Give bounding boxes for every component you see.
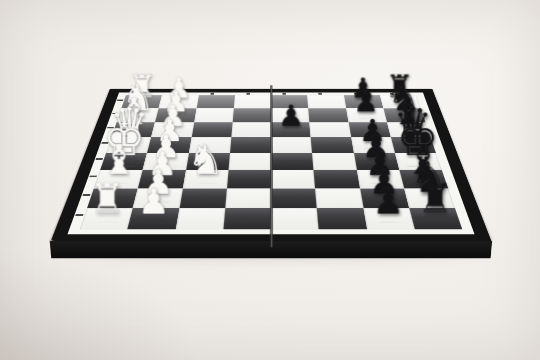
square-g3 — [179, 188, 227, 208]
black-pawn: ♟ — [362, 130, 390, 162]
square-h8: ♜ — [409, 208, 462, 229]
square-f1: ♝ — [94, 170, 143, 188]
square-b8: ♞ — [383, 108, 425, 122]
square-f6 — [314, 170, 360, 188]
square-b2: ♟ — [155, 108, 196, 122]
square-a7: ♟ — [344, 95, 384, 108]
black-knight: ♞ — [410, 156, 448, 199]
square-d1: ♛ — [106, 137, 151, 153]
square-d7: ♟ — [351, 137, 395, 153]
square-f4 — [227, 170, 271, 188]
square-a5 — [271, 95, 308, 108]
square-g7: ♟ — [360, 188, 409, 208]
square-b5 — [271, 108, 310, 122]
fold-seam — [269, 85, 273, 247]
square-h4 — [223, 208, 271, 229]
square-c6 — [310, 122, 351, 137]
square-a6 — [307, 95, 346, 108]
square-f8: ♝ — [399, 170, 448, 188]
square-h5 — [271, 208, 319, 229]
square-f2: ♟ — [138, 170, 185, 188]
square-c5: ♟ — [271, 122, 311, 137]
square-h6 — [317, 208, 367, 229]
square-d4 — [230, 137, 271, 153]
square-h1: ♜ — [80, 208, 133, 229]
square-c7 — [348, 122, 390, 137]
square-e7: ♟ — [354, 153, 400, 170]
white-pawn: ♟ — [152, 130, 180, 162]
square-a1: ♜ — [121, 95, 162, 108]
square-h7: ♟ — [363, 208, 414, 229]
square-d5 — [271, 137, 312, 153]
board-frame: ♜♟♟♜♞♟♟♞♝♟♟♝♛♟♟♛♚♟♟♚♝♟♞♟♝♟♟♞♜♟♟♜ — [51, 89, 491, 241]
square-e8: ♚ — [395, 153, 442, 170]
square-a4 — [234, 95, 271, 108]
square-d2: ♟ — [147, 137, 191, 153]
square-e1: ♚ — [100, 153, 147, 170]
backdrop-shade — [0, 250, 200, 360]
square-b7: ♟ — [346, 108, 387, 122]
square-e3 — [186, 153, 230, 170]
square-d6 — [311, 137, 354, 153]
square-g1 — [87, 188, 138, 208]
chess-board: ♜♟♟♜♞♟♟♞♝♟♟♝♛♟♟♛♚♟♟♚♝♟♞♟♝♟♟♞♜♟♟♜ — [51, 89, 491, 241]
square-e5 — [271, 153, 314, 170]
black-rook: ♜ — [386, 71, 414, 102]
square-d8: ♛ — [391, 137, 436, 153]
chessboard-photo: ♜♟♟♜♞♟♟♞♝♟♟♝♛♟♟♛♚♟♟♚♝♟♞♟♝♟♟♞♜♟♟♜ — [0, 0, 540, 360]
square-f3: ♞ — [182, 170, 228, 188]
square-h3 — [175, 208, 225, 229]
square-g6 — [315, 188, 363, 208]
square-g8: ♞ — [404, 188, 455, 208]
square-b1: ♞ — [117, 108, 159, 122]
square-h2: ♟ — [128, 208, 179, 229]
square-a2: ♟ — [159, 95, 199, 108]
square-b6 — [308, 108, 348, 122]
square-f7: ♟ — [356, 170, 403, 188]
square-c8: ♝ — [387, 122, 431, 137]
square-c1: ♝ — [111, 122, 155, 137]
square-c4 — [231, 122, 271, 137]
square-a8: ♜ — [380, 95, 421, 108]
white-pawn: ♟ — [166, 74, 191, 102]
square-e2: ♟ — [143, 153, 189, 170]
square-b3 — [194, 108, 234, 122]
square-b4 — [232, 108, 271, 122]
white-rook: ♜ — [128, 71, 156, 102]
square-g4 — [225, 188, 271, 208]
square-c3 — [191, 122, 232, 137]
square-f5 — [271, 170, 315, 188]
square-g2: ♟ — [133, 188, 182, 208]
square-e4 — [228, 153, 271, 170]
square-c2: ♟ — [151, 122, 193, 137]
black-pawn: ♟ — [351, 74, 376, 102]
square-g5 — [271, 188, 317, 208]
square-d3 — [189, 137, 232, 153]
square-a3 — [196, 95, 235, 108]
square-e6 — [312, 153, 356, 170]
